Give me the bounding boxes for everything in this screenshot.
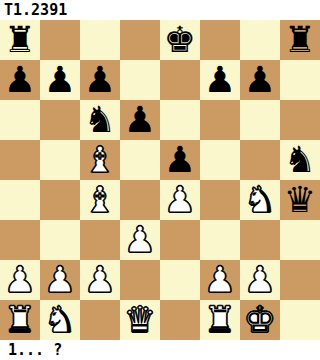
square-f6[interactable] <box>200 100 240 140</box>
square-d3[interactable]: ♟ <box>120 220 160 260</box>
piece-white-pawn: ♟ <box>4 260 36 300</box>
square-d7[interactable] <box>120 60 160 100</box>
piece-white-bishop: ♝ <box>84 180 116 220</box>
square-b3[interactable] <box>40 220 80 260</box>
square-d2[interactable] <box>120 260 160 300</box>
piece-black-king: ♚ <box>164 20 196 60</box>
piece-black-rook: ♜ <box>4 20 36 60</box>
piece-black-rook: ♜ <box>284 20 316 60</box>
square-a2[interactable]: ♟ <box>0 260 40 300</box>
piece-white-rook: ♜ <box>4 300 36 340</box>
piece-white-pawn: ♟ <box>244 260 276 300</box>
piece-black-pawn: ♟ <box>204 60 236 100</box>
piece-white-pawn: ♟ <box>204 260 236 300</box>
square-c2[interactable]: ♟ <box>80 260 120 300</box>
piece-white-knight: ♞ <box>244 180 276 220</box>
piece-white-pawn: ♟ <box>84 260 116 300</box>
square-f1[interactable]: ♜ <box>200 300 240 340</box>
piece-black-knight: ♞ <box>84 100 116 140</box>
square-e8[interactable]: ♚ <box>160 20 200 60</box>
square-h6[interactable] <box>280 100 320 140</box>
square-a5[interactable] <box>0 140 40 180</box>
move-prompt-label: 1... ? <box>0 340 320 360</box>
square-h5[interactable]: ♞ <box>280 140 320 180</box>
square-f4[interactable] <box>200 180 240 220</box>
piece-black-queen: ♛ <box>284 180 316 220</box>
square-h1[interactable] <box>280 300 320 340</box>
square-b8[interactable] <box>40 20 80 60</box>
square-d6[interactable]: ♟ <box>120 100 160 140</box>
square-g4[interactable]: ♞ <box>240 180 280 220</box>
square-a8[interactable]: ♜ <box>0 20 40 60</box>
square-b7[interactable]: ♟ <box>40 60 80 100</box>
square-c7[interactable]: ♟ <box>80 60 120 100</box>
square-a6[interactable] <box>0 100 40 140</box>
piece-white-pawn: ♟ <box>164 180 196 220</box>
square-a7[interactable]: ♟ <box>0 60 40 100</box>
square-d1[interactable]: ♛ <box>120 300 160 340</box>
square-f2[interactable]: ♟ <box>200 260 240 300</box>
square-e5[interactable]: ♟ <box>160 140 200 180</box>
square-g5[interactable] <box>240 140 280 180</box>
square-f8[interactable] <box>200 20 240 60</box>
square-c5[interactable]: ♝ <box>80 140 120 180</box>
square-g8[interactable] <box>240 20 280 60</box>
square-h4[interactable]: ♛ <box>280 180 320 220</box>
piece-white-bishop: ♝ <box>84 140 116 180</box>
square-b2[interactable]: ♟ <box>40 260 80 300</box>
chess-board: ♜♚♜♟♟♟♟♟♞♟♝♟♞♝♟♞♛♟♟♟♟♟♟♜♞♛♜♚ <box>0 20 320 340</box>
piece-white-pawn: ♟ <box>44 260 76 300</box>
square-d5[interactable] <box>120 140 160 180</box>
square-d4[interactable] <box>120 180 160 220</box>
square-b5[interactable] <box>40 140 80 180</box>
square-c4[interactable]: ♝ <box>80 180 120 220</box>
square-g1[interactable]: ♚ <box>240 300 280 340</box>
piece-white-rook: ♜ <box>204 300 236 340</box>
square-c8[interactable] <box>80 20 120 60</box>
piece-white-queen: ♛ <box>124 300 156 340</box>
square-g6[interactable] <box>240 100 280 140</box>
piece-white-pawn: ♟ <box>124 220 156 260</box>
square-c6[interactable]: ♞ <box>80 100 120 140</box>
square-e1[interactable] <box>160 300 200 340</box>
square-d8[interactable] <box>120 20 160 60</box>
square-h2[interactable] <box>280 260 320 300</box>
square-e6[interactable] <box>160 100 200 140</box>
puzzle-id-label: T1.2391 <box>0 0 320 20</box>
square-a4[interactable] <box>0 180 40 220</box>
square-h7[interactable] <box>280 60 320 100</box>
square-b4[interactable] <box>40 180 80 220</box>
square-f7[interactable]: ♟ <box>200 60 240 100</box>
square-c3[interactable] <box>80 220 120 260</box>
square-e7[interactable] <box>160 60 200 100</box>
piece-white-knight: ♞ <box>44 300 76 340</box>
piece-black-pawn: ♟ <box>164 140 196 180</box>
square-f5[interactable] <box>200 140 240 180</box>
square-e2[interactable] <box>160 260 200 300</box>
square-b6[interactable] <box>40 100 80 140</box>
piece-black-pawn: ♟ <box>4 60 36 100</box>
square-a3[interactable] <box>0 220 40 260</box>
square-b1[interactable]: ♞ <box>40 300 80 340</box>
piece-black-pawn: ♟ <box>124 100 156 140</box>
square-h8[interactable]: ♜ <box>280 20 320 60</box>
piece-black-pawn: ♟ <box>84 60 116 100</box>
square-h3[interactable] <box>280 220 320 260</box>
square-a1[interactable]: ♜ <box>0 300 40 340</box>
square-e3[interactable] <box>160 220 200 260</box>
square-e4[interactable]: ♟ <box>160 180 200 220</box>
piece-black-pawn: ♟ <box>44 60 76 100</box>
piece-black-knight: ♞ <box>284 140 316 180</box>
square-f3[interactable] <box>200 220 240 260</box>
piece-black-pawn: ♟ <box>244 60 276 100</box>
square-g2[interactable]: ♟ <box>240 260 280 300</box>
square-c1[interactable] <box>80 300 120 340</box>
square-g7[interactable]: ♟ <box>240 60 280 100</box>
square-g3[interactable] <box>240 220 280 260</box>
piece-white-king: ♚ <box>244 300 276 340</box>
